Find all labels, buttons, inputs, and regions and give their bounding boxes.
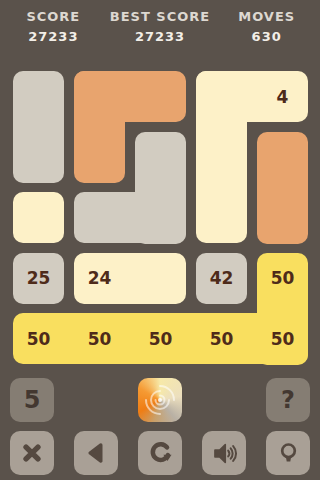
hint-button[interactable]	[266, 431, 310, 475]
score-stat: SCORE 27233	[0, 9, 107, 44]
piece-rect	[74, 71, 125, 183]
swirl-power-button[interactable]	[138, 378, 182, 422]
back-icon	[83, 440, 109, 466]
help-icon: ?	[281, 388, 295, 412]
close-icon	[19, 440, 45, 466]
tile-value: 24	[88, 270, 112, 287]
piece-rect	[257, 132, 308, 244]
tile-value: 50	[149, 331, 173, 348]
score-label: SCORE	[0, 9, 107, 24]
best-score-value: 27233	[107, 29, 214, 44]
restart-icon	[147, 440, 174, 467]
piece-rect	[13, 192, 64, 243]
sound-button[interactable]	[202, 431, 246, 475]
best-score-label: BEST SCORE	[107, 9, 214, 24]
counter-button[interactable]: 5	[10, 378, 54, 422]
swirl-power-icon	[138, 378, 182, 422]
moves-stat: MOVES 630	[213, 9, 320, 44]
tile-value: 50	[210, 331, 234, 348]
help-button[interactable]: ?	[266, 378, 310, 422]
tile-value: 50	[27, 331, 51, 348]
back-button[interactable]	[74, 431, 118, 475]
moves-label: MOVES	[213, 9, 320, 24]
tile-value: 50	[88, 331, 112, 348]
hint-bulb-icon	[275, 440, 302, 467]
close-button[interactable]	[10, 431, 54, 475]
score-value: 27233	[0, 29, 107, 44]
tile-value: 25	[27, 270, 51, 287]
tile-value: 42	[210, 270, 234, 287]
piece-rect	[74, 192, 186, 243]
tile-value: 50	[271, 270, 295, 287]
tile-value: 50	[271, 331, 295, 348]
moves-value: 630	[213, 29, 320, 44]
tile-value: 4	[277, 89, 289, 106]
best-score-stat: BEST SCORE 27233	[107, 9, 214, 44]
game-board[interactable]: 4252442505050505050	[0, 71, 320, 365]
piece-rect	[196, 71, 247, 243]
score-panel: SCORE 27233 BEST SCORE 27233 MOVES 630	[0, 9, 320, 44]
game-screen: { "game": "block-slide number-merge puzz…	[0, 0, 320, 480]
restart-button[interactable]	[138, 431, 182, 475]
piece-rect	[13, 71, 64, 183]
counter-label: 5	[24, 388, 41, 412]
sound-on-icon	[211, 440, 238, 467]
